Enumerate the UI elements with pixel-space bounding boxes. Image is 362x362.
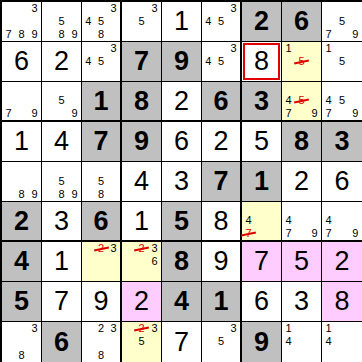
cell-r7c9[interactable]: 2: [322, 242, 362, 282]
candidate-4: 4: [82, 15, 95, 28]
cell-r1c6[interactable]: 345: [202, 2, 242, 42]
cell-r7c2[interactable]: 1: [42, 242, 82, 282]
candidate-grid: 23: [82, 242, 120, 281]
cell-r7c8[interactable]: 5: [282, 242, 322, 282]
candidate-3: 3: [227, 42, 240, 55]
cell-r3c2[interactable]: 59: [42, 82, 82, 122]
cell-r9c3[interactable]: 238: [82, 322, 122, 362]
solved-digit: 3: [54, 208, 69, 235]
given-digit: 5: [174, 208, 189, 235]
cell-r7c3[interactable]: 23: [82, 242, 122, 282]
cell-r8c2[interactable]: 7: [42, 282, 82, 322]
cell-r2c5[interactable]: 9: [162, 42, 202, 82]
candidate-7: 7: [2, 107, 15, 120]
given-digit: 2: [254, 8, 269, 35]
candidate-5: 5: [215, 335, 228, 348]
candidate-1: 1: [322, 42, 335, 55]
solved-digit: 1: [14, 128, 29, 155]
cell-r3c5[interactable]: 2: [162, 82, 202, 122]
cell-r1c8[interactable]: 6: [282, 2, 322, 42]
candidate-grid: 345: [202, 2, 240, 41]
candidate-1: 1: [282, 322, 295, 335]
candidate-5: 5: [335, 15, 348, 28]
given-digit: 1: [213, 288, 228, 315]
cell-r2c2[interactable]: 2: [42, 42, 82, 82]
given-digit: 2: [14, 208, 29, 235]
cell-r1c1[interactable]: 3789: [2, 2, 42, 42]
cell-r6c8[interactable]: 479: [282, 202, 322, 242]
candidate-3: 3: [107, 42, 120, 55]
cell-r4c3[interactable]: 7: [82, 122, 122, 162]
candidate-grid: 79: [2, 82, 41, 120]
given-digit: 9: [174, 48, 189, 75]
candidate-grid: 38: [2, 322, 41, 362]
solved-digit: 5: [254, 128, 269, 155]
candidate-4: 4: [282, 335, 295, 348]
candidate-grid: 238: [82, 322, 120, 362]
solved-digit: 2: [213, 128, 228, 155]
given-digit: 7: [134, 48, 149, 75]
candidate-3: 3: [107, 2, 120, 15]
cell-r5c2[interactable]: 589: [42, 162, 82, 202]
cell-r5c9[interactable]: 6: [322, 162, 362, 202]
solved-digit: 5: [294, 248, 309, 275]
given-digit: 9: [254, 329, 269, 356]
cell-r9c5[interactable]: 7: [162, 322, 202, 362]
given-digit: 8: [294, 128, 309, 155]
given-digit: 9: [134, 128, 149, 155]
candidate-3: 3: [107, 322, 120, 335]
candidate-4: 4: [322, 215, 335, 228]
candidate-2: 2: [135, 242, 148, 255]
cell-r2c9[interactable]: 15: [322, 42, 362, 82]
cell-r8c4[interactable]: 2: [122, 282, 162, 322]
candidate-2: 2: [95, 242, 108, 255]
cell-r4c7[interactable]: 5: [242, 122, 282, 162]
cell-r5c6[interactable]: 7: [202, 162, 242, 202]
candidate-1: 1: [282, 42, 295, 55]
given-digit: 4: [14, 248, 29, 275]
candidate-8: 8: [95, 188, 108, 201]
candidate-grid: 89: [2, 162, 41, 201]
solved-digit: 9: [93, 288, 108, 315]
solved-digit: 1: [174, 8, 189, 35]
candidate-5: 5: [135, 335, 148, 348]
given-digit: 3: [334, 128, 349, 155]
cell-r9c1[interactable]: 38: [2, 322, 42, 362]
cell-r4c4[interactable]: 9: [122, 122, 162, 162]
candidate-3: 3: [227, 322, 240, 335]
cell-r3c7[interactable]: 3: [242, 82, 282, 122]
candidate-3: 3: [28, 322, 41, 335]
candidate-8: 8: [15, 188, 28, 201]
solved-digit: 2: [334, 248, 349, 275]
candidate-3: 3: [148, 322, 161, 335]
candidate-9: 9: [308, 107, 321, 120]
candidate-grid: 14: [282, 322, 321, 362]
candidate-grid: 15: [322, 42, 362, 81]
candidate-5: 5: [215, 55, 228, 68]
candidate-3: 3: [148, 2, 161, 15]
candidate-5: 5: [95, 55, 108, 68]
cell-r9c2[interactable]: 6: [42, 322, 82, 362]
candidate-8: 8: [15, 349, 28, 362]
solved-digit: 6: [254, 288, 269, 315]
cell-r5c4[interactable]: 4: [122, 162, 162, 202]
given-digit: 6: [294, 8, 309, 35]
solved-digit: 6: [334, 168, 349, 195]
cell-r8c1[interactable]: 5: [2, 282, 42, 322]
candidate-9: 9: [308, 227, 321, 240]
candidate-7: 7: [242, 227, 255, 240]
cell-r6c1[interactable]: 2: [2, 202, 42, 242]
candidate-8: 8: [55, 188, 68, 201]
given-digit: 8: [134, 88, 149, 115]
given-digit: 1: [93, 88, 108, 115]
cell-r7c4[interactable]: 236: [122, 242, 162, 282]
candidate-7: 7: [2, 28, 15, 41]
cell-r5c3[interactable]: 58: [82, 162, 122, 202]
cell-r4c6[interactable]: 2: [202, 122, 242, 162]
candidate-5: 5: [295, 55, 308, 68]
cell-r2c6[interactable]: 345: [202, 42, 242, 82]
candidate-grid: 589: [42, 2, 81, 41]
candidate-4: 4: [322, 95, 335, 108]
cell-r2c1[interactable]: 6: [2, 42, 42, 82]
cell-r9c7[interactable]: 9: [242, 322, 282, 362]
given-digit: 3: [254, 88, 269, 115]
cell-r9c4[interactable]: 235: [122, 322, 162, 362]
solved-digit: 7: [174, 329, 189, 356]
sudoku-app: 3789589345835134526579623457934581515795…: [0, 0, 362, 362]
candidate-2: 2: [135, 322, 148, 335]
solved-digit: 2: [174, 88, 189, 115]
given-digit: 6: [54, 329, 69, 356]
solved-digit: 1: [134, 208, 149, 235]
candidate-grid: 47: [242, 202, 281, 240]
candidate-grid: 58: [82, 162, 120, 201]
candidate-9: 9: [68, 28, 81, 41]
candidate-9: 9: [349, 28, 362, 41]
given-digit: 5: [14, 288, 29, 315]
cell-r5c1[interactable]: 89: [2, 162, 42, 202]
cell-r6c9[interactable]: 479: [322, 202, 362, 242]
cell-r2c4[interactable]: 7: [122, 42, 162, 82]
candidate-3: 3: [148, 242, 161, 255]
given-digit: 7: [93, 128, 108, 155]
candidate-3: 3: [28, 2, 41, 15]
cell-r1c7[interactable]: 2: [242, 2, 282, 42]
solved-digit: 7: [54, 288, 69, 315]
candidate-4: 4: [242, 215, 255, 228]
cell-r1c2[interactable]: 589: [42, 2, 82, 42]
cell-r4c5[interactable]: 6: [162, 122, 202, 162]
candidate-grid: 235: [122, 322, 161, 362]
sudoku-board: 3789589345835134526579623457934581515795…: [0, 0, 362, 362]
candidate-grid: 3789: [2, 2, 41, 41]
candidate-grid: 35: [122, 2, 161, 41]
cell-r5c8[interactable]: 2: [282, 162, 322, 202]
candidate-7: 7: [322, 107, 335, 120]
candidate-9: 9: [28, 107, 41, 120]
candidate-9: 9: [349, 227, 362, 240]
solved-digit: 3: [174, 168, 189, 195]
candidate-4: 4: [282, 215, 295, 228]
solved-digit: 9: [213, 248, 228, 275]
solved-digit: 7: [254, 248, 269, 275]
cell-r7c7[interactable]: 7: [242, 242, 282, 282]
solved-digit: 4: [134, 168, 149, 195]
cell-r8c6[interactable]: 1: [202, 282, 242, 322]
solved-digit: 3: [294, 288, 309, 315]
candidate-4: 4: [82, 55, 95, 68]
solved-digit: 6: [174, 128, 189, 155]
cell-r9c8[interactable]: 14: [282, 322, 322, 362]
cell-r2c3[interactable]: 345: [82, 42, 122, 82]
cell-r1c9[interactable]: 579: [322, 2, 362, 42]
cell-r1c3[interactable]: 3458: [82, 2, 122, 42]
cell-r4c8[interactable]: 8: [282, 122, 322, 162]
candidate-5: 5: [95, 175, 108, 188]
cell-r3c8[interactable]: 4579: [282, 82, 322, 122]
given-digit: 7: [213, 168, 228, 195]
candidate-grid: 579: [322, 2, 362, 41]
given-digit: 1: [254, 168, 269, 195]
given-digit: 6: [213, 88, 228, 115]
candidate-9: 9: [68, 188, 81, 201]
candidate-grid: 479: [322, 202, 362, 240]
candidate-grid: 14: [322, 322, 362, 362]
candidate-grid: 59: [42, 82, 81, 120]
cell-r1c5[interactable]: 1: [162, 2, 202, 42]
solved-digit: 2: [134, 288, 149, 315]
candidate-grid: 3458: [82, 2, 120, 41]
candidate-8: 8: [95, 349, 108, 362]
candidate-5: 5: [95, 15, 108, 28]
cell-r3c1[interactable]: 79: [2, 82, 42, 122]
given-digit: 6: [93, 208, 108, 235]
cell-r5c7[interactable]: 1: [242, 162, 282, 202]
candidate-grid: 345: [82, 42, 120, 81]
candidate-3: 3: [107, 242, 120, 255]
cell-r4c2[interactable]: 4: [42, 122, 82, 162]
candidate-7: 7: [322, 227, 335, 240]
cell-r7c1[interactable]: 4: [2, 242, 42, 282]
candidate-5: 5: [55, 175, 68, 188]
candidate-4: 4: [202, 55, 215, 68]
cell-r8c8[interactable]: 3: [282, 282, 322, 322]
candidate-9: 9: [28, 188, 41, 201]
cell-r8c9[interactable]: 8: [322, 282, 362, 322]
candidate-2: 2: [95, 322, 108, 335]
cell-r9c6[interactable]: 35: [202, 322, 242, 362]
candidate-4: 4: [322, 335, 335, 348]
candidate-grid: 236: [122, 242, 161, 281]
candidate-6: 6: [148, 255, 161, 268]
candidate-5: 5: [295, 95, 308, 108]
solved-digit: 1: [54, 248, 69, 275]
candidate-8: 8: [55, 28, 68, 41]
candidate-3: 3: [227, 2, 240, 15]
solved-digit: 8: [254, 48, 269, 75]
candidate-9: 9: [28, 28, 41, 41]
cell-r2c8[interactable]: 15: [282, 42, 322, 82]
cell-r4c1[interactable]: 1: [2, 122, 42, 162]
given-digit: 8: [174, 248, 189, 275]
solved-digit: 8: [334, 288, 349, 315]
cell-r6c6[interactable]: 8: [202, 202, 242, 242]
candidate-5: 5: [55, 15, 68, 28]
candidate-1: 1: [322, 322, 335, 335]
candidate-5: 5: [135, 15, 148, 28]
cell-r8c7[interactable]: 6: [242, 282, 282, 322]
candidate-9: 9: [349, 107, 362, 120]
cell-r3c4[interactable]: 8: [122, 82, 162, 122]
candidate-5: 5: [335, 55, 348, 68]
candidate-8: 8: [15, 28, 28, 41]
candidate-9: 9: [68, 107, 81, 120]
candidate-5: 5: [215, 15, 228, 28]
candidate-7: 7: [282, 227, 295, 240]
solved-digit: 6: [14, 48, 29, 75]
cell-r6c3[interactable]: 6: [82, 202, 122, 242]
cell-r7c5[interactable]: 8: [162, 242, 202, 282]
cell-r6c5[interactable]: 5: [162, 202, 202, 242]
candidate-7: 7: [282, 107, 295, 120]
cell-r4c9[interactable]: 3: [322, 122, 362, 162]
candidate-grid: 589: [42, 162, 81, 201]
solved-digit: 2: [54, 48, 69, 75]
cell-r3c9[interactable]: 4579: [322, 82, 362, 122]
cell-r1c4[interactable]: 35: [122, 2, 162, 42]
solved-digit: 8: [213, 208, 228, 235]
cell-r7c6[interactable]: 9: [202, 242, 242, 282]
cell-r2c7[interactable]: 8: [242, 42, 282, 82]
solved-digit: 4: [54, 128, 69, 155]
candidate-5: 5: [55, 95, 68, 108]
candidate-4: 4: [202, 15, 215, 28]
candidate-grid: 479: [282, 202, 321, 240]
candidate-5: 5: [335, 95, 348, 108]
candidate-grid: 15: [282, 42, 321, 81]
candidate-grid: 4579: [282, 82, 321, 120]
candidate-grid: 4579: [322, 82, 362, 120]
given-digit: 4: [174, 288, 189, 315]
candidate-grid: 345: [202, 42, 240, 81]
cell-r6c7[interactable]: 47: [242, 202, 282, 242]
cell-r3c6[interactable]: 6: [202, 82, 242, 122]
cell-r8c5[interactable]: 4: [162, 282, 202, 322]
cell-r5c5[interactable]: 3: [162, 162, 202, 202]
cell-r9c9[interactable]: 14: [322, 322, 362, 362]
cell-r6c4[interactable]: 1: [122, 202, 162, 242]
candidate-8: 8: [95, 28, 108, 41]
candidate-7: 7: [322, 28, 335, 41]
cell-r6c2[interactable]: 3: [42, 202, 82, 242]
cell-r3c3[interactable]: 1: [82, 82, 122, 122]
candidate-grid: 35: [202, 322, 240, 362]
cell-r8c3[interactable]: 9: [82, 282, 122, 322]
solved-digit: 2: [294, 168, 309, 195]
